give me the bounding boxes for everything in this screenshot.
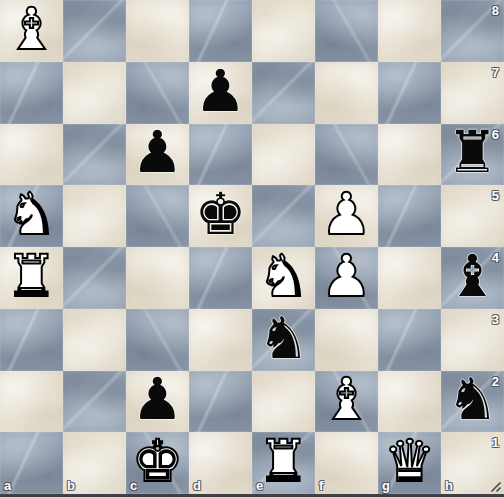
square-b8[interactable] (63, 0, 126, 62)
square-a6[interactable] (0, 124, 63, 186)
square-a7[interactable] (0, 62, 63, 124)
square-b1[interactable]: b (63, 432, 126, 494)
white-pawn-f5[interactable]: ♟ (321, 185, 373, 243)
black-knight-h2[interactable]: ♞ (447, 371, 499, 429)
black-rook-h6[interactable]: ♜ (447, 124, 499, 182)
square-g6[interactable] (378, 124, 441, 186)
square-b3[interactable] (63, 309, 126, 371)
square-g8[interactable] (378, 0, 441, 62)
black-pawn-d7[interactable]: ♟ (195, 62, 247, 120)
file-label-h: h (445, 478, 453, 493)
square-g4[interactable] (378, 247, 441, 309)
square-c8[interactable] (126, 0, 189, 62)
square-g3[interactable] (378, 309, 441, 371)
chess-board: ♝8♟7♟6♜♞♚♟5♜♞♟4♝♞3♟♝2♞abc♚de♜fg♛1h (0, 0, 504, 494)
square-e2[interactable] (252, 371, 315, 433)
black-pawn-c6[interactable]: ♟ (132, 124, 184, 182)
square-d5[interactable]: ♚ (189, 185, 252, 247)
square-b2[interactable] (63, 371, 126, 433)
square-g1[interactable]: g♛ (378, 432, 441, 494)
board-resize-handle-icon[interactable] (488, 479, 502, 493)
white-pawn-f4[interactable]: ♟ (321, 247, 373, 305)
square-h3[interactable]: 3 (441, 309, 504, 371)
rank-label-5: 5 (492, 188, 499, 203)
square-e5[interactable] (252, 185, 315, 247)
square-e3[interactable]: ♞ (252, 309, 315, 371)
white-knight-a5[interactable]: ♞ (6, 185, 58, 243)
square-d1[interactable]: d (189, 432, 252, 494)
square-h2[interactable]: 2♞ (441, 371, 504, 433)
black-bishop-h4[interactable]: ♝ (447, 247, 499, 305)
black-king-d5[interactable]: ♚ (195, 185, 247, 243)
square-c1[interactable]: c♚ (126, 432, 189, 494)
file-label-d: d (193, 478, 201, 493)
white-rook-e1[interactable]: ♜ (258, 432, 310, 490)
square-a2[interactable] (0, 371, 63, 433)
white-rook-a4[interactable]: ♜ (6, 247, 58, 305)
white-knight-e4[interactable]: ♞ (258, 247, 310, 305)
white-king-c1[interactable]: ♚ (132, 432, 184, 490)
square-c2[interactable]: ♟ (126, 371, 189, 433)
square-d6[interactable] (189, 124, 252, 186)
square-h4[interactable]: 4♝ (441, 247, 504, 309)
file-label-f: f (319, 478, 323, 493)
square-g7[interactable] (378, 62, 441, 124)
square-e4[interactable]: ♞ (252, 247, 315, 309)
black-knight-e3[interactable]: ♞ (258, 309, 310, 367)
square-g5[interactable] (378, 185, 441, 247)
square-b7[interactable] (63, 62, 126, 124)
square-e8[interactable] (252, 0, 315, 62)
white-bishop-a8[interactable]: ♝ (6, 0, 58, 58)
square-f6[interactable] (315, 124, 378, 186)
square-d3[interactable] (189, 309, 252, 371)
square-c3[interactable] (126, 309, 189, 371)
square-f4[interactable]: ♟ (315, 247, 378, 309)
square-b6[interactable] (63, 124, 126, 186)
square-d7[interactable]: ♟ (189, 62, 252, 124)
square-a5[interactable]: ♞ (0, 185, 63, 247)
square-h7[interactable]: 7 (441, 62, 504, 124)
rank-label-8: 8 (492, 3, 499, 18)
square-b4[interactable] (63, 247, 126, 309)
square-h6[interactable]: 6♜ (441, 124, 504, 186)
square-f5[interactable]: ♟ (315, 185, 378, 247)
square-c7[interactable] (126, 62, 189, 124)
rank-label-3: 3 (492, 312, 499, 327)
square-g2[interactable] (378, 371, 441, 433)
square-f3[interactable] (315, 309, 378, 371)
square-e1[interactable]: e♜ (252, 432, 315, 494)
white-bishop-f2[interactable]: ♝ (321, 371, 373, 429)
black-pawn-c2[interactable]: ♟ (132, 371, 184, 429)
square-d8[interactable] (189, 0, 252, 62)
square-f2[interactable]: ♝ (315, 371, 378, 433)
chess-board-widget: ♝8♟7♟6♜♞♚♟5♜♞♟4♝♞3♟♝2♞abc♚de♜fg♛1h (0, 0, 504, 497)
square-a3[interactable] (0, 309, 63, 371)
square-c5[interactable] (126, 185, 189, 247)
square-a8[interactable]: ♝ (0, 0, 63, 62)
square-h5[interactable]: 5 (441, 185, 504, 247)
square-f7[interactable] (315, 62, 378, 124)
file-label-a: a (4, 478, 11, 493)
square-b5[interactable] (63, 185, 126, 247)
square-h8[interactable]: 8 (441, 0, 504, 62)
rank-label-7: 7 (492, 65, 499, 80)
square-a4[interactable]: ♜ (0, 247, 63, 309)
square-f1[interactable]: f (315, 432, 378, 494)
square-a1[interactable]: a (0, 432, 63, 494)
square-c6[interactable]: ♟ (126, 124, 189, 186)
square-e6[interactable] (252, 124, 315, 186)
square-d2[interactable] (189, 371, 252, 433)
rank-label-1: 1 (492, 435, 499, 450)
white-queen-g1[interactable]: ♛ (384, 432, 436, 490)
square-c4[interactable] (126, 247, 189, 309)
file-label-b: b (67, 478, 75, 493)
square-e7[interactable] (252, 62, 315, 124)
square-f8[interactable] (315, 0, 378, 62)
square-d4[interactable] (189, 247, 252, 309)
